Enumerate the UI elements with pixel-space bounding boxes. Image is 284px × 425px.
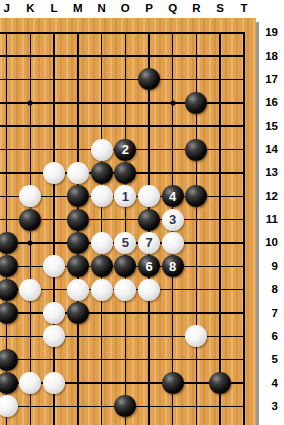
white-stone-K4[interactable]	[19, 372, 41, 394]
white-stone-M8[interactable]	[67, 279, 89, 301]
black-stone-M12[interactable]	[67, 185, 89, 207]
black-stone-Q9[interactable]: 8	[162, 255, 184, 277]
black-stone-M7[interactable]	[67, 302, 89, 324]
go-diagram: JKLMNOPQRST 191817161514131211109876543 …	[0, 0, 284, 425]
row-label-19: 19	[257, 26, 278, 39]
go-board[interactable]: 24681357	[0, 18, 256, 425]
stones-grid: 24681357	[0, 21, 256, 418]
black-stone-J8[interactable]	[0, 279, 18, 301]
row-label-11: 11	[257, 213, 278, 226]
white-stone-R6[interactable]	[185, 325, 207, 347]
white-stone-L4[interactable]	[43, 372, 65, 394]
row-label-10: 10	[257, 236, 278, 249]
column-label-Q: Q	[168, 1, 177, 15]
black-stone-K11[interactable]	[19, 209, 41, 231]
white-stone-O8[interactable]	[114, 279, 136, 301]
black-stone-R14[interactable]	[185, 139, 207, 161]
white-stone-L13[interactable]	[43, 162, 65, 184]
white-stone-O12[interactable]: 1	[114, 185, 136, 207]
column-label-O: O	[121, 1, 130, 15]
white-stone-P12[interactable]	[138, 185, 160, 207]
white-stone-O10[interactable]: 5	[114, 232, 136, 254]
black-stone-P17[interactable]	[138, 68, 160, 90]
row-label-18: 18	[257, 50, 278, 63]
black-stone-O14[interactable]: 2	[114, 139, 136, 161]
row-label-17: 17	[257, 73, 278, 86]
row-label-9: 9	[257, 260, 278, 273]
white-stone-N8[interactable]	[91, 279, 113, 301]
white-stone-L6[interactable]	[43, 325, 65, 347]
column-label-T: T	[240, 1, 247, 15]
column-label-R: R	[192, 1, 200, 15]
row-label-6: 6	[257, 330, 278, 343]
black-stone-M11[interactable]	[67, 209, 89, 231]
white-stone-P10[interactable]: 7	[138, 232, 160, 254]
row-label-12: 12	[257, 190, 278, 203]
black-stone-R16[interactable]	[185, 92, 207, 114]
black-stone-S4[interactable]	[209, 372, 231, 394]
black-stone-Q4[interactable]	[162, 372, 184, 394]
black-stone-O9[interactable]	[114, 255, 136, 277]
black-stone-O3[interactable]	[114, 395, 136, 417]
row-label-16: 16	[257, 96, 278, 109]
white-stone-K8[interactable]	[19, 279, 41, 301]
black-stone-M9[interactable]	[67, 255, 89, 277]
white-stone-Q11[interactable]: 3	[162, 209, 184, 231]
white-stone-M13[interactable]	[67, 162, 89, 184]
black-stone-R12[interactable]	[185, 185, 207, 207]
white-stone-P8[interactable]	[138, 279, 160, 301]
row-label-8: 8	[257, 283, 278, 296]
row-label-4: 4	[257, 377, 278, 390]
column-label-N: N	[97, 1, 105, 15]
white-stone-L7[interactable]	[43, 302, 65, 324]
row-label-15: 15	[257, 120, 278, 133]
black-stone-M10[interactable]	[67, 232, 89, 254]
white-stone-J3[interactable]	[0, 395, 18, 417]
row-label-3: 3	[257, 400, 278, 413]
row-label-14: 14	[257, 143, 278, 156]
black-stone-Q12[interactable]: 4	[162, 185, 184, 207]
row-label-5: 5	[257, 353, 278, 366]
white-stone-L9[interactable]	[43, 255, 65, 277]
board-shadow	[256, 22, 260, 425]
column-label-S: S	[216, 1, 224, 15]
black-stone-O13[interactable]	[114, 162, 136, 184]
black-stone-N13[interactable]	[91, 162, 113, 184]
black-stone-P9[interactable]: 6	[138, 255, 160, 277]
white-stone-N10[interactable]	[91, 232, 113, 254]
column-label-J: J	[3, 1, 9, 15]
column-label-K: K	[26, 1, 34, 15]
black-stone-J7[interactable]	[0, 302, 18, 324]
black-stone-J10[interactable]	[0, 232, 18, 254]
black-stone-P11[interactable]	[138, 209, 160, 231]
black-stone-N9[interactable]	[91, 255, 113, 277]
black-stone-J5[interactable]	[0, 349, 18, 371]
white-stone-N12[interactable]	[91, 185, 113, 207]
white-stone-Q10[interactable]	[162, 232, 184, 254]
row-label-13: 13	[257, 166, 278, 179]
white-stone-N14[interactable]	[91, 139, 113, 161]
column-label-L: L	[51, 1, 58, 15]
white-stone-K12[interactable]	[19, 185, 41, 207]
black-stone-J4[interactable]	[0, 372, 18, 394]
column-label-P: P	[145, 1, 153, 15]
black-stone-J9[interactable]	[0, 255, 18, 277]
column-label-M: M	[73, 1, 83, 15]
row-label-7: 7	[257, 307, 278, 320]
